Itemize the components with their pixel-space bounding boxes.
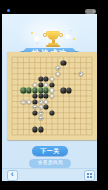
- app-background: 挑战成功 残局挑战 821461041216 下一关 查看原残局 ‹: [2, 14, 97, 181]
- more-icon[interactable]: ⋯: [87, 10, 90, 12]
- move-number: 6: [40, 100, 41, 103]
- bottom-nav-bar: ‹: [2, 168, 97, 181]
- move-number: 2: [80, 72, 81, 75]
- notification-dot-icon: [7, 9, 10, 12]
- move-number: 10: [33, 106, 36, 109]
- move-number: 4: [40, 106, 41, 109]
- apps-button[interactable]: [84, 170, 95, 181]
- move-number: 8: [57, 67, 58, 70]
- confetti-icon: [31, 32, 33, 34]
- move-number: 14: [22, 100, 25, 103]
- move-number: 12: [39, 111, 42, 114]
- gomoku-board: 821461041216: [7, 52, 97, 140]
- next-level-button[interactable]: 下一关: [32, 146, 68, 156]
- letterbox-bottom: [0, 181, 108, 190]
- phone-screen: ⋯ ◎ 挑战成功 残局挑战 821461041216 下一关: [0, 0, 108, 190]
- back-button[interactable]: ‹: [7, 170, 18, 181]
- view-original-label: 查看原残局: [37, 160, 62, 167]
- confetti-icon: [37, 43, 38, 44]
- miniprogram-capsule[interactable]: ⋯ ◎: [85, 9, 96, 14]
- close-circle-icon[interactable]: ◎: [92, 10, 94, 12]
- flower-icon: [34, 36, 39, 41]
- flower-icon: [65, 34, 70, 39]
- move-number: 16: [39, 117, 42, 120]
- confetti-icon: [70, 30, 71, 31]
- back-icon: ‹: [11, 170, 14, 179]
- view-original-endgame-button[interactable]: 查看原残局: [29, 159, 71, 168]
- grid-dots-icon: [87, 173, 89, 175]
- confetti-icon: [73, 38, 75, 40]
